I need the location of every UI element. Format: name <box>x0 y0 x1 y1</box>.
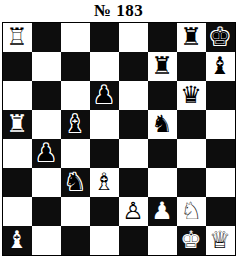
square-b3 <box>32 168 61 197</box>
square-c1 <box>61 226 90 255</box>
square-c3: ♞ <box>61 168 90 197</box>
square-h8: ♚ <box>206 23 235 52</box>
piece-black-queen: ♛ <box>180 81 202 110</box>
square-a3 <box>3 168 32 197</box>
square-b5 <box>32 110 61 139</box>
square-e4 <box>119 139 148 168</box>
square-d4 <box>90 139 119 168</box>
square-f5: ♞ <box>148 110 177 139</box>
square-e5 <box>119 110 148 139</box>
square-b7 <box>32 52 61 81</box>
square-f7: ♜ <box>148 52 177 81</box>
square-e7 <box>119 52 148 81</box>
piece-black-pawn: ♟ <box>93 81 115 110</box>
square-g3 <box>177 168 206 197</box>
square-c4 <box>61 139 90 168</box>
square-f6 <box>148 81 177 110</box>
square-g6: ♛ <box>177 81 206 110</box>
piece-black-knight: ♞ <box>64 168 86 197</box>
piece-black-king: ♚ <box>209 23 231 52</box>
diagram-page: № 183 ♖♜♚♜♝♟♛♜♝♞♟♞♗♙♟♘♝♚♕ <box>0 0 237 261</box>
square-e3 <box>119 168 148 197</box>
square-g5 <box>177 110 206 139</box>
square-g8: ♜ <box>177 23 206 52</box>
square-c6 <box>61 81 90 110</box>
square-b8 <box>32 23 61 52</box>
square-e6 <box>119 81 148 110</box>
piece-white-bishop: ♗ <box>93 168 115 197</box>
square-a5: ♜ <box>3 110 32 139</box>
square-h1: ♕ <box>206 226 235 255</box>
puzzle-number: № 183 <box>0 0 237 21</box>
piece-white-king: ♚ <box>180 226 202 255</box>
piece-white-pawn: ♙ <box>122 197 144 226</box>
square-f2: ♟ <box>148 197 177 226</box>
piece-white-queen: ♕ <box>209 226 231 255</box>
square-g7 <box>177 52 206 81</box>
square-d6: ♟ <box>90 81 119 110</box>
chess-board: ♖♜♚♜♝♟♛♜♝♞♟♞♗♙♟♘♝♚♕ <box>2 22 236 256</box>
piece-white-rook: ♜ <box>6 110 28 139</box>
piece-black-bishop: ♝ <box>64 110 86 139</box>
square-h4 <box>206 139 235 168</box>
piece-black-rook: ♜ <box>180 23 202 52</box>
square-a2 <box>3 197 32 226</box>
square-f8 <box>148 23 177 52</box>
square-d3: ♗ <box>90 168 119 197</box>
square-h3 <box>206 168 235 197</box>
square-b1 <box>32 226 61 255</box>
square-e8 <box>119 23 148 52</box>
square-f1 <box>148 226 177 255</box>
square-a1: ♝ <box>3 226 32 255</box>
square-h7: ♝ <box>206 52 235 81</box>
square-e2: ♙ <box>119 197 148 226</box>
square-h6 <box>206 81 235 110</box>
square-d2 <box>90 197 119 226</box>
square-g2: ♘ <box>177 197 206 226</box>
square-f3 <box>148 168 177 197</box>
square-h2 <box>206 197 235 226</box>
square-c5: ♝ <box>61 110 90 139</box>
piece-black-bishop: ♝ <box>209 52 231 81</box>
square-a8: ♖ <box>3 23 32 52</box>
piece-black-pawn: ♟ <box>35 139 57 168</box>
piece-white-pawn: ♟ <box>151 197 173 226</box>
square-g1: ♚ <box>177 226 206 255</box>
square-e1 <box>119 226 148 255</box>
piece-black-rook: ♜ <box>151 52 173 81</box>
piece-black-knight: ♞ <box>151 110 173 139</box>
piece-white-bishop: ♝ <box>6 226 28 255</box>
square-g4 <box>177 139 206 168</box>
square-d5 <box>90 110 119 139</box>
square-h5 <box>206 110 235 139</box>
square-d1 <box>90 226 119 255</box>
square-c7 <box>61 52 90 81</box>
square-c2 <box>61 197 90 226</box>
square-c8 <box>61 23 90 52</box>
piece-white-knight: ♘ <box>180 197 202 226</box>
square-d7 <box>90 52 119 81</box>
piece-white-rook: ♖ <box>6 23 28 52</box>
square-a4 <box>3 139 32 168</box>
square-b4: ♟ <box>32 139 61 168</box>
square-b6 <box>32 81 61 110</box>
square-a7 <box>3 52 32 81</box>
square-a6 <box>3 81 32 110</box>
square-b2 <box>32 197 61 226</box>
square-f4 <box>148 139 177 168</box>
square-d8 <box>90 23 119 52</box>
